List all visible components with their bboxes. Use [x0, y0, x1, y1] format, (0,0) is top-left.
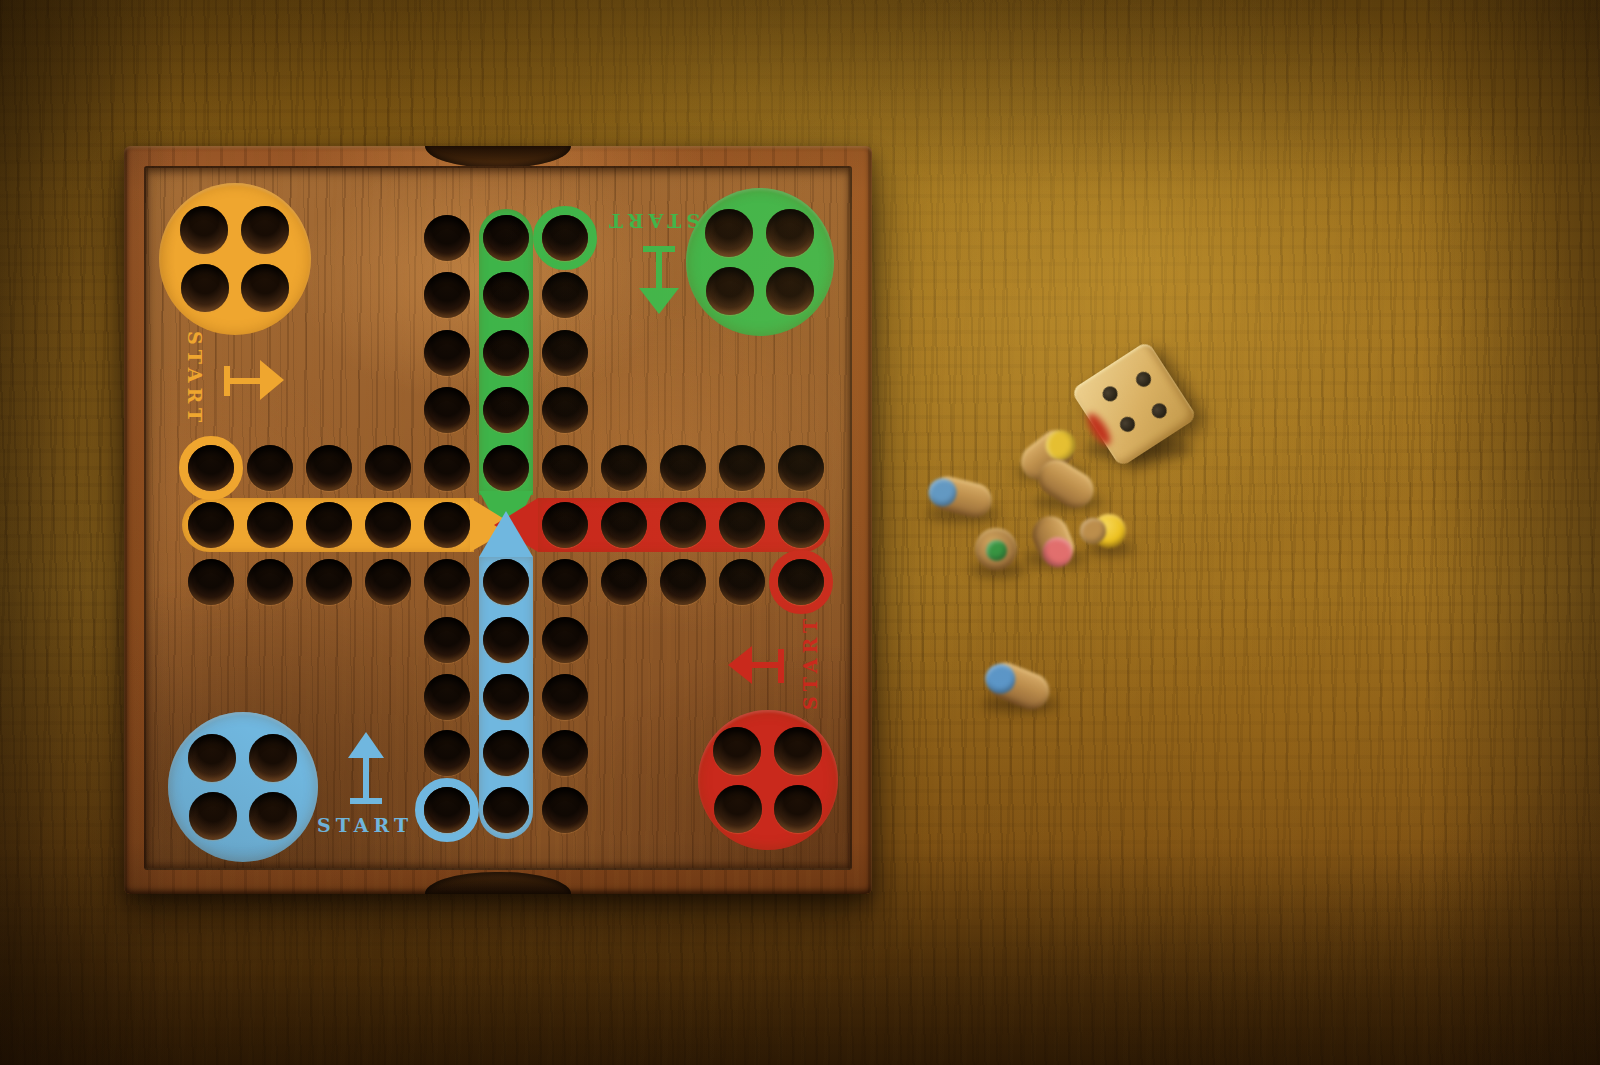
track-hole-r6c8[interactable] — [601, 502, 647, 548]
track-hole-r7c1[interactable] — [188, 559, 234, 605]
track-hole-r6c10[interactable] — [719, 502, 765, 548]
peg-green-dot — [986, 540, 1007, 561]
start-label-blue: START — [303, 812, 427, 838]
track-hole-r7c11[interactable] — [778, 559, 824, 605]
die-pip — [1100, 383, 1121, 404]
track-hole-r7c7[interactable] — [542, 559, 588, 605]
home-hole-yellow[interactable] — [181, 264, 229, 312]
die-pip — [1133, 369, 1154, 390]
home-hole-red[interactable] — [713, 727, 761, 775]
track-hole-r9c7[interactable] — [542, 674, 588, 720]
track-hole-r7c4[interactable] — [365, 559, 411, 605]
finger-notch-bottom — [425, 872, 571, 894]
home-hole-yellow[interactable] — [180, 206, 228, 254]
home-circle-blue — [168, 712, 318, 862]
track-hole-r7c9[interactable] — [660, 559, 706, 605]
track-hole-r7c8[interactable] — [601, 559, 647, 605]
track-hole-r5c8[interactable] — [601, 445, 647, 491]
track-hole-r11c6[interactable] — [483, 787, 529, 833]
home-hole-blue[interactable] — [249, 734, 297, 782]
track-hole-r1c6[interactable] — [483, 215, 529, 261]
track-hole-r4c5[interactable] — [424, 387, 470, 433]
start-label-yellow: START — [182, 317, 208, 441]
track-hole-r1c7[interactable] — [542, 215, 588, 261]
track-hole-r10c5[interactable] — [424, 730, 470, 776]
track-hole-r7c2[interactable] — [247, 559, 293, 605]
home-hole-blue[interactable] — [189, 792, 237, 840]
track-hole-r2c5[interactable] — [424, 272, 470, 318]
board: STARTSTARTSTARTSTART — [124, 146, 872, 894]
track-hole-r10c6[interactable] — [483, 730, 529, 776]
track-hole-r5c5[interactable] — [424, 445, 470, 491]
track-hole-r3c7[interactable] — [542, 330, 588, 376]
track-hole-r2c6[interactable] — [483, 272, 529, 318]
track-hole-r7c6[interactable] — [483, 559, 529, 605]
start-arrow-blue — [363, 754, 369, 800]
track-hole-r8c6[interactable] — [483, 617, 529, 663]
track-hole-r6c9[interactable] — [660, 502, 706, 548]
track-hole-r11c5[interactable] — [424, 787, 470, 833]
track-hole-r6c7[interactable] — [542, 502, 588, 548]
table-scene: STARTSTARTSTARTSTART — [0, 0, 1600, 1065]
track-hole-r6c11[interactable] — [778, 502, 824, 548]
start-label-red: START — [797, 600, 823, 724]
track-hole-r5c10[interactable] — [719, 445, 765, 491]
track-hole-r5c9[interactable] — [660, 445, 706, 491]
track-hole-r1c5[interactable] — [424, 215, 470, 261]
track-hole-r7c5[interactable] — [424, 559, 470, 605]
track-hole-r4c6[interactable] — [483, 387, 529, 433]
start-arrow-blue — [350, 798, 382, 804]
track-hole-r6c2[interactable] — [247, 502, 293, 548]
peg-body-bit — [1080, 518, 1106, 544]
track-hole-r3c6[interactable] — [483, 330, 529, 376]
track-hole-r6c1[interactable] — [188, 502, 234, 548]
track-hole-r9c5[interactable] — [424, 674, 470, 720]
track-hole-r6c4[interactable] — [365, 502, 411, 548]
track-hole-r9c6[interactable] — [483, 674, 529, 720]
home-hole-red[interactable] — [714, 785, 762, 833]
die-pip — [1117, 414, 1138, 435]
home-hole-red[interactable] — [774, 785, 822, 833]
track-hole-r7c3[interactable] — [306, 559, 352, 605]
start-arrow-green — [656, 250, 662, 290]
track-hole-r5c11[interactable] — [778, 445, 824, 491]
track-hole-r6c5[interactable] — [424, 502, 470, 548]
track-hole-r5c4[interactable] — [365, 445, 411, 491]
home-hole-blue[interactable] — [188, 734, 236, 782]
track-hole-r2c7[interactable] — [542, 272, 588, 318]
start-arrow-yellow — [228, 378, 262, 384]
peg-4[interactable] — [975, 528, 1017, 570]
peg-6[interactable] — [1092, 514, 1126, 548]
home-circle-yellow — [159, 183, 311, 335]
track-hole-r6c3[interactable] — [306, 502, 352, 548]
track-hole-r8c5[interactable] — [424, 617, 470, 663]
home-hole-green[interactable] — [766, 209, 814, 257]
track-hole-r5c2[interactable] — [247, 445, 293, 491]
die-pip — [1149, 400, 1170, 421]
home-hole-blue[interactable] — [249, 792, 297, 840]
finger-notch-top — [425, 146, 571, 168]
track-hole-r8c7[interactable] — [542, 617, 588, 663]
home-hole-green[interactable] — [766, 267, 814, 315]
home-hole-green[interactable] — [706, 267, 754, 315]
track-hole-r4c7[interactable] — [542, 387, 588, 433]
start-label-green: START — [590, 208, 714, 234]
track-hole-r5c7[interactable] — [542, 445, 588, 491]
home-circle-red — [698, 710, 838, 850]
start-arrow-red — [778, 649, 784, 683]
track-hole-r5c3[interactable] — [306, 445, 352, 491]
track-hole-r11c7[interactable] — [542, 787, 588, 833]
track-hole-r7c10[interactable] — [719, 559, 765, 605]
home-hole-yellow[interactable] — [241, 206, 289, 254]
track-hole-r5c6[interactable] — [483, 445, 529, 491]
home-hole-red[interactable] — [774, 727, 822, 775]
track-hole-r3c5[interactable] — [424, 330, 470, 376]
home-hole-yellow[interactable] — [241, 264, 289, 312]
track-hole-r5c1[interactable] — [188, 445, 234, 491]
track-hole-r10c7[interactable] — [542, 730, 588, 776]
